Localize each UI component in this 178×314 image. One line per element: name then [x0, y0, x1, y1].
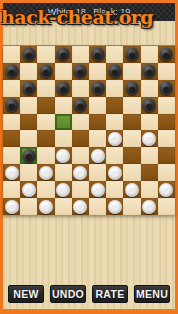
white-piece[interactable]: ● [56, 149, 70, 163]
board-square[interactable] [72, 46, 89, 63]
board-square[interactable]: ● [3, 164, 20, 181]
white-piece[interactable]: ● [91, 149, 105, 163]
white-piece[interactable]: ● [22, 183, 36, 197]
board-square[interactable] [141, 114, 158, 131]
white-piece[interactable]: ● [39, 200, 53, 214]
board-square[interactable] [37, 114, 54, 131]
board-square[interactable]: ● [37, 164, 54, 181]
board-square[interactable] [106, 181, 123, 198]
board-square[interactable] [20, 130, 37, 147]
board-square[interactable] [141, 181, 158, 198]
board-square[interactable] [72, 130, 89, 147]
board-square[interactable] [158, 97, 175, 114]
board-square[interactable] [106, 46, 123, 63]
white-piece[interactable]: ● [73, 200, 87, 214]
board-square[interactable]: ● [158, 80, 175, 97]
board-square[interactable] [141, 147, 158, 164]
board-square[interactable] [158, 130, 175, 147]
board-square[interactable] [72, 114, 89, 131]
board-square[interactable] [89, 97, 106, 114]
board-square[interactable] [141, 46, 158, 63]
black-piece[interactable]: ● [159, 47, 173, 61]
board-square[interactable] [37, 147, 54, 164]
board-square[interactable]: ● [55, 80, 72, 97]
board-square[interactable] [72, 147, 89, 164]
board-square[interactable] [158, 147, 175, 164]
board-square[interactable] [55, 114, 72, 131]
board-square[interactable]: ● [141, 198, 158, 215]
board-square[interactable]: ● [3, 97, 20, 114]
board: ●●●●●●●●●●●●●●●●●●●●●●●●●●●●●●●●●●●●● [3, 45, 175, 215]
board-square[interactable] [3, 181, 20, 198]
board-square[interactable] [106, 80, 123, 97]
black-piece[interactable]: ● [125, 47, 139, 61]
black-piece[interactable]: ● [5, 64, 19, 78]
board-square[interactable] [123, 164, 140, 181]
board-square[interactable] [158, 63, 175, 80]
white-piece[interactable]: ● [142, 132, 156, 146]
board-square[interactable] [20, 63, 37, 80]
bottom-toolbar: NEW UNDO RATE MENU [3, 285, 175, 303]
board-square[interactable] [89, 164, 106, 181]
board-square[interactable] [141, 80, 158, 97]
board-square[interactable] [158, 114, 175, 131]
board-square[interactable] [20, 198, 37, 215]
board-square[interactable]: ● [89, 147, 106, 164]
board-square[interactable]: ● [37, 63, 54, 80]
board-square[interactable]: ● [72, 97, 89, 114]
board-square[interactable]: ● [20, 181, 37, 198]
new-button[interactable]: NEW [8, 285, 44, 303]
white-piece[interactable]: ● [73, 166, 87, 180]
board-square[interactable] [123, 114, 140, 131]
board-square[interactable] [37, 97, 54, 114]
board-square[interactable]: ● [106, 198, 123, 215]
white-piece[interactable]: ● [91, 183, 105, 197]
board-square[interactable] [123, 147, 140, 164]
board-square[interactable]: ● [3, 63, 20, 80]
black-piece[interactable]: ● [22, 149, 36, 163]
board-square[interactable]: ● [141, 97, 158, 114]
menu-button[interactable]: MENU [134, 285, 170, 303]
board-square[interactable]: ● [158, 181, 175, 198]
board-square[interactable]: ● [37, 198, 54, 215]
board-square[interactable] [123, 97, 140, 114]
board-square[interactable]: ● [55, 46, 72, 63]
undo-button[interactable]: UNDO [50, 285, 86, 303]
black-piece[interactable]: ● [73, 98, 87, 112]
black-piece[interactable]: ● [125, 81, 139, 95]
board-square[interactable]: ● [72, 63, 89, 80]
app-content: White: 18, Black: 19 ●●●●●●●●●●●●●●●●●●●… [3, 3, 175, 309]
black-piece[interactable]: ● [142, 98, 156, 112]
board-square[interactable] [37, 181, 54, 198]
black-piece[interactable]: ● [91, 47, 105, 61]
black-piece[interactable]: ● [108, 64, 122, 78]
board-square[interactable] [37, 80, 54, 97]
black-piece[interactable]: ● [91, 81, 105, 95]
board-square[interactable] [55, 130, 72, 147]
white-piece[interactable]: ● [5, 166, 19, 180]
board-square[interactable] [20, 164, 37, 181]
board-square[interactable]: ● [89, 46, 106, 63]
board-square[interactable]: ● [141, 130, 158, 147]
board-square[interactable]: ● [55, 181, 72, 198]
black-piece[interactable]: ● [73, 64, 87, 78]
board-square[interactable] [158, 164, 175, 181]
board-square[interactable] [89, 130, 106, 147]
black-piece[interactable]: ● [159, 81, 173, 95]
board-square[interactable] [72, 181, 89, 198]
board-square[interactable]: ● [55, 147, 72, 164]
white-piece[interactable]: ● [5, 200, 19, 214]
board-square[interactable]: ● [72, 164, 89, 181]
board-square[interactable]: ● [106, 130, 123, 147]
board-square[interactable]: ● [123, 181, 140, 198]
board-square[interactable] [123, 130, 140, 147]
game-area: ●●●●●●●●●●●●●●●●●●●●●●●●●●●●●●●●●●●●● NE… [3, 21, 175, 309]
black-piece[interactable]: ● [22, 47, 36, 61]
black-piece[interactable]: ● [142, 64, 156, 78]
board-square[interactable] [72, 80, 89, 97]
white-piece[interactable]: ● [56, 183, 70, 197]
board-square[interactable]: ● [141, 63, 158, 80]
board-square[interactable] [55, 97, 72, 114]
board-square[interactable] [3, 46, 20, 63]
white-piece[interactable]: ● [108, 166, 122, 180]
black-piece[interactable]: ● [56, 47, 70, 61]
board-square[interactable] [3, 130, 20, 147]
white-piece[interactable]: ● [142, 200, 156, 214]
board-square[interactable]: ● [3, 198, 20, 215]
board-square[interactable] [106, 114, 123, 131]
board-square[interactable]: ● [72, 198, 89, 215]
white-piece[interactable]: ● [108, 200, 122, 214]
board-square[interactable] [3, 147, 20, 164]
board-square[interactable] [20, 114, 37, 131]
board-square[interactable] [55, 164, 72, 181]
white-piece[interactable]: ● [125, 183, 139, 197]
board-square[interactable] [3, 80, 20, 97]
board-square[interactable] [141, 164, 158, 181]
board-square[interactable]: ● [20, 147, 37, 164]
board-square[interactable]: ● [158, 46, 175, 63]
board-square[interactable] [20, 97, 37, 114]
black-piece[interactable]: ● [56, 81, 70, 95]
board-square[interactable]: ● [20, 46, 37, 63]
rate-button[interactable]: RATE [92, 285, 128, 303]
board-square[interactable] [123, 63, 140, 80]
board-square[interactable]: ● [123, 80, 140, 97]
white-piece[interactable]: ● [159, 183, 173, 197]
board-square[interactable] [37, 46, 54, 63]
board-square[interactable] [37, 130, 54, 147]
board-square[interactable]: ● [123, 46, 140, 63]
white-piece[interactable]: ● [108, 132, 122, 146]
board-square[interactable] [55, 63, 72, 80]
board-square[interactable] [3, 114, 20, 131]
board-square[interactable] [55, 198, 72, 215]
black-piece[interactable]: ● [22, 81, 36, 95]
board-square[interactable] [158, 198, 175, 215]
board-square[interactable] [123, 198, 140, 215]
board-square[interactable] [89, 114, 106, 131]
black-piece[interactable]: ● [5, 98, 19, 112]
score-status-bar: White: 18, Black: 19 [3, 3, 175, 21]
board-square[interactable] [106, 97, 123, 114]
board-square[interactable] [89, 63, 106, 80]
app-window: hack-cheat.org White: 18, Black: 19 ●●●●… [0, 0, 178, 314]
board-square[interactable] [106, 147, 123, 164]
board-square[interactable]: ● [89, 181, 106, 198]
board-square[interactable]: ● [106, 164, 123, 181]
board-square[interactable]: ● [20, 80, 37, 97]
board-square[interactable]: ● [106, 63, 123, 80]
board-square[interactable]: ● [89, 80, 106, 97]
black-piece[interactable]: ● [39, 64, 53, 78]
white-piece[interactable]: ● [39, 166, 53, 180]
board-square[interactable] [89, 198, 106, 215]
